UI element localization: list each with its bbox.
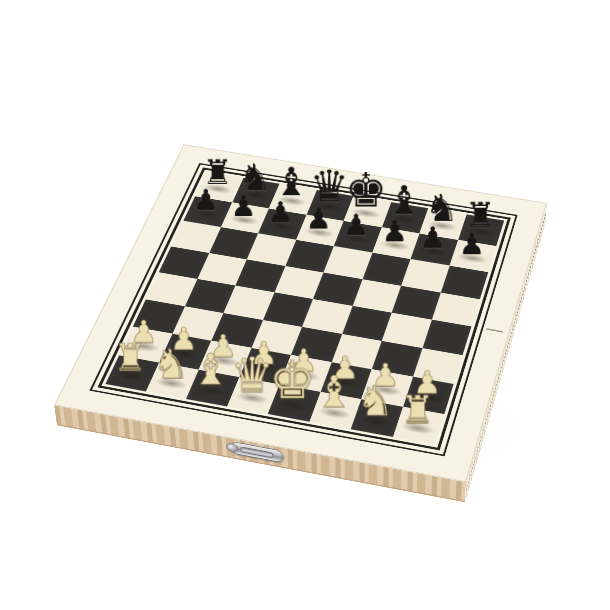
- black-pawn-h7[interactable]: ♟: [442, 230, 501, 259]
- perspective-scene: ♜♞♝♛♚♝♞♜♟♟♟♟♟♟♟♟♟♟♟♟♟♟♟♟♜♞♝♛♚♝♞♜: [0, 0, 610, 610]
- chess-box-top: ♜♞♝♛♚♝♞♜♟♟♟♟♟♟♟♟♟♟♟♟♟♟♟♟♜♞♝♛♚♝♞♜: [54, 144, 547, 482]
- square-h6[interactable]: [440, 266, 488, 299]
- fold-notch: [486, 328, 503, 332]
- metal-clasp: [230, 441, 284, 463]
- white-rook-h1[interactable]: ♜: [385, 391, 449, 429]
- product-photo: ♜♞♝♛♚♝♞♜♟♟♟♟♟♟♟♟♟♟♟♟♟♟♟♟♜♞♝♛♚♝♞♜: [0, 0, 610, 610]
